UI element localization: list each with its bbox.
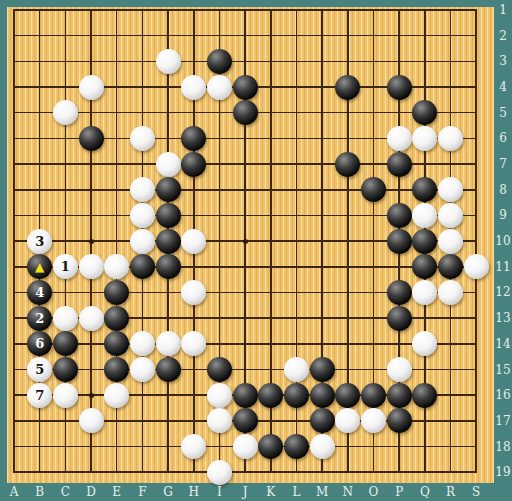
stone-I16[interactable] xyxy=(207,383,232,408)
stone-B10[interactable]: 3 xyxy=(27,229,52,254)
stone-R11[interactable] xyxy=(438,254,463,279)
stone-G11[interactable] xyxy=(156,254,181,279)
stone-K16[interactable] xyxy=(258,383,283,408)
column-label-O: O xyxy=(369,485,379,499)
stone-O16[interactable] xyxy=(361,383,386,408)
column-label-E: E xyxy=(112,485,121,499)
stone-H18[interactable] xyxy=(181,434,206,459)
column-label-B: B xyxy=(35,485,44,499)
grid-line-horizontal xyxy=(13,343,477,345)
row-label-5: 5 xyxy=(499,106,507,120)
stone-B16[interactable]: 7 xyxy=(27,383,52,408)
row-label-16: 16 xyxy=(495,388,510,402)
stone-F11[interactable] xyxy=(130,254,155,279)
column-label-M: M xyxy=(316,485,328,499)
stone-M17[interactable] xyxy=(310,408,335,433)
grid-line-horizontal xyxy=(13,471,477,473)
stone-Q10[interactable] xyxy=(412,229,437,254)
stone-J4[interactable] xyxy=(233,75,258,100)
row-label-10: 10 xyxy=(495,234,510,248)
stone-E15[interactable] xyxy=(104,357,129,382)
stone-P4[interactable] xyxy=(387,75,412,100)
stone-D4[interactable] xyxy=(79,75,104,100)
stone-E13[interactable] xyxy=(104,306,129,331)
stone-J18[interactable] xyxy=(233,434,258,459)
stone-F8[interactable] xyxy=(130,177,155,202)
triangle-marker-icon: ▲ xyxy=(35,261,44,273)
stone-Q16[interactable] xyxy=(412,383,437,408)
row-label-14: 14 xyxy=(495,337,510,351)
stone-D13[interactable] xyxy=(79,306,104,331)
row-label-7: 7 xyxy=(499,157,507,171)
stone-J16[interactable] xyxy=(233,383,258,408)
star-point-J10 xyxy=(243,239,248,244)
stone-Q6[interactable] xyxy=(412,126,437,151)
star-point-D10 xyxy=(89,239,94,244)
stone-D6[interactable] xyxy=(79,126,104,151)
stone-C15[interactable] xyxy=(53,357,78,382)
stone-B11[interactable]: ▲ xyxy=(27,254,52,279)
column-label-S: S xyxy=(472,485,480,499)
stone-R12[interactable] xyxy=(438,280,463,305)
stone-F14[interactable] xyxy=(130,331,155,356)
stone-E11[interactable] xyxy=(104,254,129,279)
stone-F6[interactable] xyxy=(130,126,155,151)
column-label-R: R xyxy=(446,485,455,499)
stone-P13[interactable] xyxy=(387,306,412,331)
stone-E16[interactable] xyxy=(104,383,129,408)
stone-I4[interactable] xyxy=(207,75,232,100)
stone-R9[interactable] xyxy=(438,203,463,228)
stone-H6[interactable] xyxy=(181,126,206,151)
stone-M15[interactable] xyxy=(310,357,335,382)
stone-G14[interactable] xyxy=(156,331,181,356)
stone-Q8[interactable] xyxy=(412,177,437,202)
stone-H4[interactable] xyxy=(181,75,206,100)
row-label-3: 3 xyxy=(499,54,507,68)
stone-S11[interactable] xyxy=(464,254,489,279)
stone-O8[interactable] xyxy=(361,177,386,202)
row-label-18: 18 xyxy=(495,440,510,454)
stone-C13[interactable] xyxy=(53,306,78,331)
stone-H7[interactable] xyxy=(181,152,206,177)
stone-M16[interactable] xyxy=(310,383,335,408)
stone-C11[interactable]: 1 xyxy=(53,254,78,279)
stone-B12[interactable]: 4 xyxy=(27,280,52,305)
stone-F10[interactable] xyxy=(130,229,155,254)
stone-E12[interactable] xyxy=(104,280,129,305)
stone-G8[interactable] xyxy=(156,177,181,202)
row-label-1: 1 xyxy=(499,3,507,17)
column-label-N: N xyxy=(343,485,354,499)
stone-P15[interactable] xyxy=(387,357,412,382)
stone-R8[interactable] xyxy=(438,177,463,202)
stone-G10[interactable] xyxy=(156,229,181,254)
column-label-L: L xyxy=(292,485,300,499)
column-label-I: I xyxy=(217,485,222,499)
stone-N4[interactable] xyxy=(335,75,360,100)
stone-P17[interactable] xyxy=(387,408,412,433)
stone-N7[interactable] xyxy=(335,152,360,177)
stone-Q5[interactable] xyxy=(412,100,437,125)
stone-L16[interactable] xyxy=(284,383,309,408)
star-point-D16 xyxy=(89,393,94,398)
column-label-H: H xyxy=(189,485,199,499)
stone-C14[interactable] xyxy=(53,331,78,356)
stone-L18[interactable] xyxy=(284,434,309,459)
stone-I17[interactable] xyxy=(207,408,232,433)
stone-J17[interactable] xyxy=(233,408,258,433)
stone-P10[interactable] xyxy=(387,229,412,254)
grid-line-vertical xyxy=(475,9,477,473)
stone-H10[interactable] xyxy=(181,229,206,254)
column-label-C: C xyxy=(61,485,70,499)
row-label-9: 9 xyxy=(499,208,507,222)
column-label-A: A xyxy=(10,485,19,499)
row-label-17: 17 xyxy=(495,414,510,428)
stone-Q9[interactable] xyxy=(412,203,437,228)
row-label-19: 19 xyxy=(495,465,510,479)
row-label-2: 2 xyxy=(499,29,507,43)
stone-R6[interactable] xyxy=(438,126,463,151)
stone-I3[interactable] xyxy=(207,49,232,74)
stone-Q11[interactable] xyxy=(412,254,437,279)
stone-B14[interactable]: 6 xyxy=(27,331,52,356)
column-label-J: J xyxy=(243,485,248,499)
stone-N16[interactable] xyxy=(335,383,360,408)
stone-H14[interactable] xyxy=(181,331,206,356)
stone-Q12[interactable] xyxy=(412,280,437,305)
row-label-6: 6 xyxy=(499,131,507,145)
column-label-D: D xyxy=(86,485,96,499)
stone-P7[interactable] xyxy=(387,152,412,177)
stone-O17[interactable] xyxy=(361,408,386,433)
stone-J5[interactable] xyxy=(233,100,258,125)
stone-I19[interactable] xyxy=(207,460,232,485)
stone-G7[interactable] xyxy=(156,152,181,177)
stone-D11[interactable] xyxy=(79,254,104,279)
stone-D17[interactable] xyxy=(79,408,104,433)
stone-M18[interactable] xyxy=(310,434,335,459)
stone-K18[interactable] xyxy=(258,434,283,459)
row-label-4: 4 xyxy=(499,80,507,94)
column-label-F: F xyxy=(138,485,146,499)
stone-G15[interactable] xyxy=(156,357,181,382)
stone-C16[interactable] xyxy=(53,383,78,408)
stone-N17[interactable] xyxy=(335,408,360,433)
row-label-15: 15 xyxy=(495,363,510,377)
stone-I15[interactable] xyxy=(207,357,232,382)
stone-R10[interactable] xyxy=(438,229,463,254)
stone-P16[interactable] xyxy=(387,383,412,408)
stone-B13[interactable]: 2 xyxy=(27,306,52,331)
stone-P6[interactable] xyxy=(387,126,412,151)
stone-H12[interactable] xyxy=(181,280,206,305)
stone-B15[interactable]: 5 xyxy=(27,357,52,382)
stone-G3[interactable] xyxy=(156,49,181,74)
stone-L15[interactable] xyxy=(284,357,309,382)
column-label-G: G xyxy=(163,485,173,499)
stone-P12[interactable] xyxy=(387,280,412,305)
stone-F15[interactable] xyxy=(130,357,155,382)
column-label-K: K xyxy=(266,485,275,499)
stone-E14[interactable] xyxy=(104,331,129,356)
stone-Q14[interactable] xyxy=(412,331,437,356)
stone-F9[interactable] xyxy=(130,203,155,228)
row-label-11: 11 xyxy=(495,260,510,274)
column-label-P: P xyxy=(395,485,403,499)
row-label-13: 13 xyxy=(495,311,510,325)
stone-G9[interactable] xyxy=(156,203,181,228)
goban[interactable]: 3▲142657 xyxy=(7,7,494,483)
column-label-Q: Q xyxy=(420,485,430,499)
go-board-app: 3▲142657 ABCDEFGHIJKLMNOPQRS123456789101… xyxy=(0,0,512,501)
row-label-8: 8 xyxy=(499,183,507,197)
stone-C5[interactable] xyxy=(53,100,78,125)
row-label-12: 12 xyxy=(495,285,510,299)
stone-P9[interactable] xyxy=(387,203,412,228)
